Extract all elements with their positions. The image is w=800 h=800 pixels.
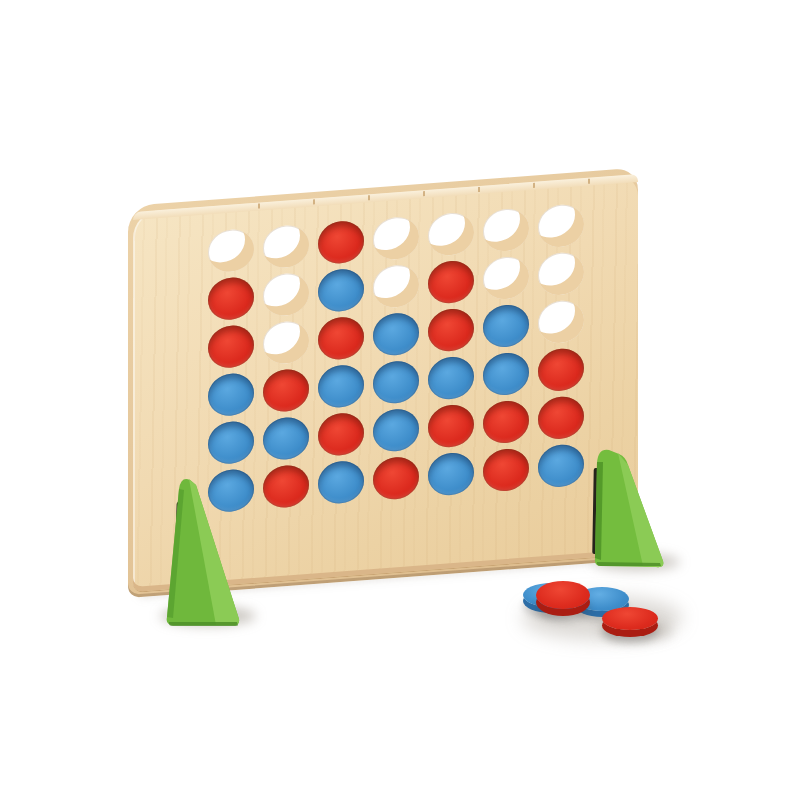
cell-r3c2 [258, 316, 313, 368]
cell-r1c2 [258, 220, 313, 272]
empty-hole [263, 272, 309, 317]
empty-hole [538, 299, 584, 344]
top-slot-mark [313, 199, 315, 204]
cell-r2c1 [203, 273, 258, 325]
cell-r5c7 [533, 392, 588, 444]
cell-r2c4 [368, 260, 423, 312]
red-disc-in-hole [263, 368, 309, 413]
cell-r3c7 [533, 296, 588, 348]
blue-disc-in-hole [373, 360, 419, 405]
product-photo-scene [0, 0, 800, 800]
cell-r5c1 [203, 417, 258, 469]
top-slot-mark [533, 183, 535, 188]
blue-disc-in-hole [263, 416, 309, 461]
cell-r1c4 [368, 212, 423, 264]
cell-r6c3 [313, 456, 368, 508]
blue-disc-in-hole [318, 364, 364, 409]
right-foot [588, 442, 670, 574]
red-disc-in-hole [428, 259, 474, 304]
cell-r3c4 [368, 308, 423, 360]
red-disc-in-hole [318, 220, 364, 265]
cell-r1c5 [423, 208, 478, 260]
cell-r4c6 [478, 348, 533, 400]
red-disc-in-hole [263, 464, 309, 509]
cell-r3c1 [203, 321, 258, 373]
cell-r5c3 [313, 408, 368, 460]
cell-r1c3 [313, 216, 368, 268]
empty-hole [263, 224, 309, 269]
empty-hole [428, 211, 474, 256]
loose-red-disc [602, 607, 658, 630]
red-disc-in-hole [318, 412, 364, 457]
cell-r6c2 [258, 460, 313, 512]
empty-hole [373, 216, 419, 261]
cell-r2c5 [423, 256, 478, 308]
blue-disc-in-hole [318, 268, 364, 313]
blue-disc-in-hole [483, 303, 529, 348]
cell-r2c7 [533, 248, 588, 300]
cell-r4c5 [423, 352, 478, 404]
red-disc-in-hole [483, 399, 529, 444]
top-slot-mark [423, 191, 425, 196]
cell-r6c4 [368, 452, 423, 504]
red-disc-in-hole [538, 347, 584, 392]
cell-r5c6 [478, 396, 533, 448]
cell-r2c2 [258, 268, 313, 320]
top-slot-mark [368, 195, 370, 200]
red-disc-in-hole [538, 395, 584, 440]
cell-r4c3 [313, 360, 368, 412]
red-disc-in-hole [373, 456, 419, 501]
blue-disc-in-hole [428, 355, 474, 400]
empty-hole [263, 320, 309, 365]
top-slot-mark [588, 179, 590, 184]
loose-red-disc [536, 581, 590, 609]
cell-r5c5 [423, 400, 478, 452]
cell-r3c5 [423, 304, 478, 356]
cell-r3c6 [478, 300, 533, 352]
empty-hole [483, 255, 529, 300]
blue-disc-in-hole [373, 408, 419, 453]
red-disc-in-hole [483, 447, 529, 492]
cell-r1c6 [478, 204, 533, 256]
blue-disc-in-hole [373, 312, 419, 357]
empty-hole [483, 207, 529, 252]
cell-r5c4 [368, 404, 423, 456]
blue-disc-in-hole [208, 372, 254, 417]
blue-disc-in-hole [538, 443, 584, 488]
empty-hole [538, 203, 584, 248]
cell-r4c1 [203, 369, 258, 421]
blue-disc-in-hole [318, 460, 364, 505]
cell-r3c3 [313, 312, 368, 364]
red-disc-in-hole [208, 276, 254, 321]
blue-disc-in-hole [208, 420, 254, 465]
top-slot-mark [478, 187, 480, 192]
cell-r4c4 [368, 356, 423, 408]
cell-r5c2 [258, 412, 313, 464]
cell-r1c1 [203, 225, 258, 277]
red-disc-in-hole [428, 403, 474, 448]
red-disc-in-hole [318, 316, 364, 361]
cell-r4c7 [533, 344, 588, 396]
cell-r6c7 [533, 440, 588, 492]
board-grid [203, 200, 588, 517]
empty-hole [538, 251, 584, 296]
red-disc-in-hole [428, 307, 474, 352]
cell-r2c3 [313, 264, 368, 316]
blue-disc-in-hole [428, 451, 474, 496]
blue-disc-in-hole [483, 351, 529, 396]
cell-r1c7 [533, 200, 588, 252]
cell-r6c6 [478, 444, 533, 496]
cell-r4c2 [258, 364, 313, 416]
empty-hole [208, 228, 254, 273]
empty-hole [373, 264, 419, 309]
cell-r2c6 [478, 252, 533, 304]
cell-r6c5 [423, 448, 478, 500]
top-slot-mark [258, 203, 260, 208]
red-disc-in-hole [208, 324, 254, 369]
left-foot [156, 472, 244, 628]
